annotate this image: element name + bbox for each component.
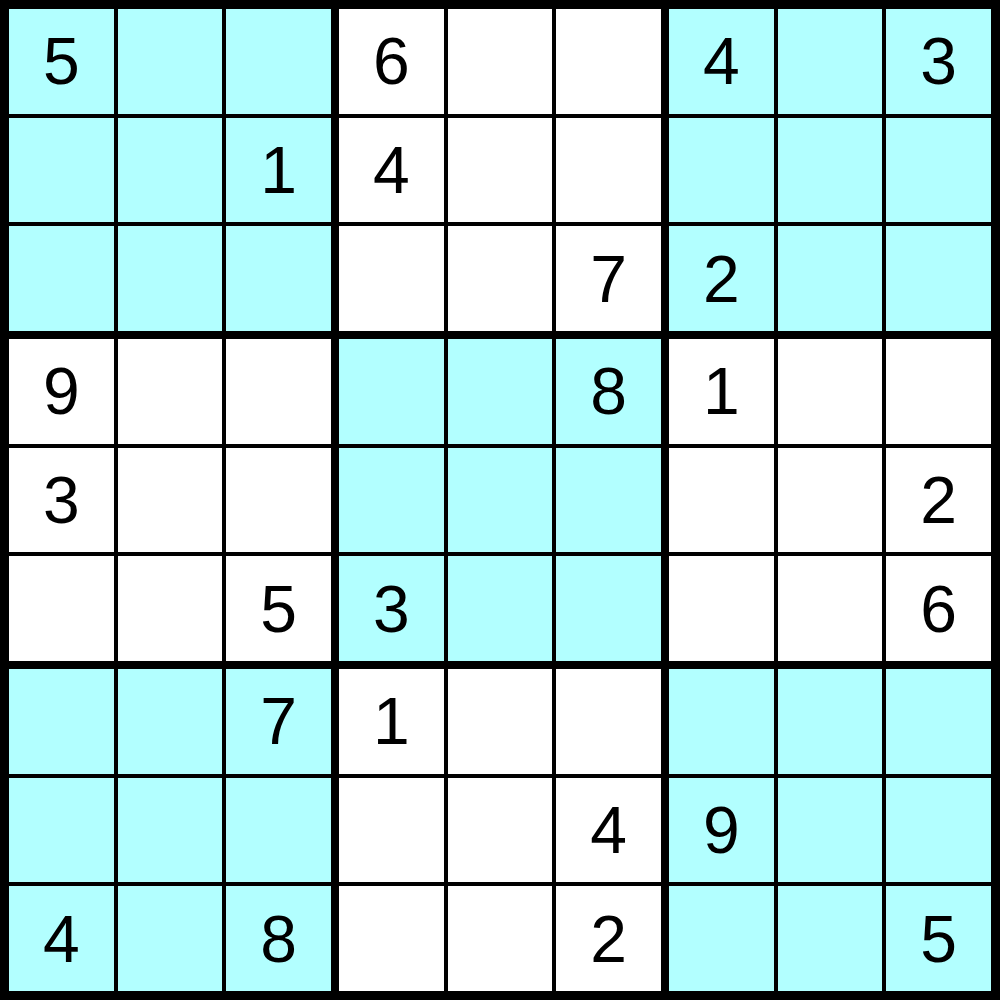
cell-r9c7[interactable] <box>669 886 774 991</box>
cell-r7c5[interactable] <box>448 669 553 774</box>
box-r1c1: 83 <box>339 339 661 661</box>
cell-r1c8[interactable] <box>778 9 883 114</box>
cell-r7c1[interactable] <box>9 669 114 774</box>
cell-r5c3[interactable] <box>226 448 331 553</box>
cell-r7c6[interactable] <box>556 669 661 774</box>
cell-r8c4[interactable] <box>339 778 444 883</box>
cell-r4c7[interactable]: 1 <box>669 339 774 444</box>
cell-r3c3[interactable] <box>226 226 331 331</box>
cell-r1c2[interactable] <box>118 9 223 114</box>
cell-r5c4[interactable] <box>339 448 444 553</box>
cell-r9c2[interactable] <box>118 886 223 991</box>
cell-r2c9[interactable] <box>886 118 991 223</box>
cell-r7c2[interactable] <box>118 669 223 774</box>
cell-r9c3[interactable]: 8 <box>226 886 331 991</box>
cell-r5c9[interactable]: 2 <box>886 448 991 553</box>
box-r2c1: 142 <box>339 669 661 991</box>
cell-r1c4[interactable]: 6 <box>339 9 444 114</box>
cell-r6c3[interactable]: 5 <box>226 556 331 661</box>
cell-r5c1[interactable]: 3 <box>9 448 114 553</box>
cell-r5c2[interactable] <box>118 448 223 553</box>
sudoku-board: 516474329358312674814295 <box>0 0 1000 1000</box>
cell-r2c8[interactable] <box>778 118 883 223</box>
cell-r8c9[interactable] <box>886 778 991 883</box>
cell-r5c5[interactable] <box>448 448 553 553</box>
box-r0c2: 432 <box>669 9 991 331</box>
cell-r9c6[interactable]: 2 <box>556 886 661 991</box>
box-r0c1: 647 <box>339 9 661 331</box>
cell-r8c7[interactable]: 9 <box>669 778 774 883</box>
cell-r8c1[interactable] <box>9 778 114 883</box>
cell-r1c7[interactable]: 4 <box>669 9 774 114</box>
cell-r7c7[interactable] <box>669 669 774 774</box>
cell-r3c2[interactable] <box>118 226 223 331</box>
cell-r7c9[interactable] <box>886 669 991 774</box>
cell-r1c9[interactable]: 3 <box>886 9 991 114</box>
cell-r4c2[interactable] <box>118 339 223 444</box>
cell-r4c1[interactable]: 9 <box>9 339 114 444</box>
cell-r8c6[interactable]: 4 <box>556 778 661 883</box>
cell-r8c5[interactable] <box>448 778 553 883</box>
cell-r3c4[interactable] <box>339 226 444 331</box>
cell-r9c1[interactable]: 4 <box>9 886 114 991</box>
cell-r9c4[interactable] <box>339 886 444 991</box>
cell-r3c5[interactable] <box>448 226 553 331</box>
cell-r8c8[interactable] <box>778 778 883 883</box>
cell-r7c8[interactable] <box>778 669 883 774</box>
cell-r7c3[interactable]: 7 <box>226 669 331 774</box>
box-r0c0: 51 <box>9 9 331 331</box>
cell-r5c6[interactable] <box>556 448 661 553</box>
cell-r3c9[interactable] <box>886 226 991 331</box>
cell-r2c3[interactable]: 1 <box>226 118 331 223</box>
cell-r8c3[interactable] <box>226 778 331 883</box>
box-r1c2: 126 <box>669 339 991 661</box>
cell-r6c2[interactable] <box>118 556 223 661</box>
cell-r6c8[interactable] <box>778 556 883 661</box>
cell-r1c3[interactable] <box>226 9 331 114</box>
cell-r9c8[interactable] <box>778 886 883 991</box>
cell-r1c5[interactable] <box>448 9 553 114</box>
cell-r4c9[interactable] <box>886 339 991 444</box>
cell-r6c4[interactable]: 3 <box>339 556 444 661</box>
cell-r4c3[interactable] <box>226 339 331 444</box>
cell-r5c7[interactable] <box>669 448 774 553</box>
cell-r3c1[interactable] <box>9 226 114 331</box>
cell-r1c6[interactable] <box>556 9 661 114</box>
cell-r2c2[interactable] <box>118 118 223 223</box>
cell-r2c1[interactable] <box>9 118 114 223</box>
cell-r2c5[interactable] <box>448 118 553 223</box>
cell-r3c8[interactable] <box>778 226 883 331</box>
cell-r6c6[interactable] <box>556 556 661 661</box>
box-r1c0: 935 <box>9 339 331 661</box>
cell-r3c6[interactable]: 7 <box>556 226 661 331</box>
cell-r2c6[interactable] <box>556 118 661 223</box>
cell-r6c5[interactable] <box>448 556 553 661</box>
cell-r7c4[interactable]: 1 <box>339 669 444 774</box>
cell-r2c4[interactable]: 4 <box>339 118 444 223</box>
cell-r8c2[interactable] <box>118 778 223 883</box>
cell-r4c5[interactable] <box>448 339 553 444</box>
cell-r4c6[interactable]: 8 <box>556 339 661 444</box>
box-r2c0: 748 <box>9 669 331 991</box>
cell-r6c1[interactable] <box>9 556 114 661</box>
cell-r3c7[interactable]: 2 <box>669 226 774 331</box>
box-grid: 516474329358312674814295 <box>9 9 991 991</box>
cell-r9c9[interactable]: 5 <box>886 886 991 991</box>
box-r2c2: 95 <box>669 669 991 991</box>
cell-r5c8[interactable] <box>778 448 883 553</box>
cell-r6c9[interactable]: 6 <box>886 556 991 661</box>
cell-r4c8[interactable] <box>778 339 883 444</box>
cell-r4c4[interactable] <box>339 339 444 444</box>
cell-r1c1[interactable]: 5 <box>9 9 114 114</box>
cell-r2c7[interactable] <box>669 118 774 223</box>
cell-r6c7[interactable] <box>669 556 774 661</box>
cell-r9c5[interactable] <box>448 886 553 991</box>
